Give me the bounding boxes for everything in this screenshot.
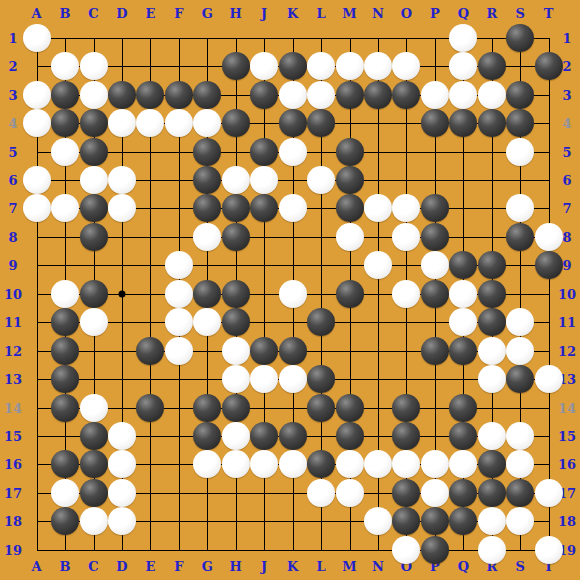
stone-white[interactable]: [279, 81, 307, 109]
stone-black[interactable]: [279, 52, 307, 80]
stone-black[interactable]: [336, 138, 364, 166]
stone-black[interactable]: [506, 223, 534, 251]
coordinate-label: Q: [458, 6, 469, 21]
stone-black[interactable]: [506, 365, 534, 393]
stone-white[interactable]: [165, 337, 193, 365]
stone-black[interactable]: [165, 81, 193, 109]
coordinate-label: 16: [558, 457, 576, 472]
stone-white[interactable]: [506, 450, 534, 478]
coordinate-label: F: [174, 559, 183, 574]
coordinate-label: 14: [558, 400, 576, 415]
coordinate-label: A: [32, 6, 42, 21]
stone-white[interactable]: [506, 138, 534, 166]
stone-white[interactable]: [478, 81, 506, 109]
stone-white[interactable]: [23, 109, 51, 137]
stone-white[interactable]: [279, 365, 307, 393]
coordinate-label: O: [401, 6, 412, 21]
stone-black[interactable]: [478, 280, 506, 308]
coordinate-label: J: [261, 559, 267, 574]
coordinate-label: 15: [558, 429, 576, 444]
stone-white[interactable]: [222, 166, 250, 194]
stone-white[interactable]: [336, 223, 364, 251]
coordinate-label: J: [261, 6, 267, 21]
coordinate-label: M: [342, 6, 356, 21]
stone-black[interactable]: [421, 280, 449, 308]
stone-white[interactable]: [336, 52, 364, 80]
stone-black[interactable]: [80, 479, 108, 507]
stone-black[interactable]: [250, 81, 278, 109]
stone-black[interactable]: [80, 223, 108, 251]
coordinate-label: 9: [562, 258, 571, 273]
stone-white[interactable]: [535, 365, 563, 393]
stone-white[interactable]: [222, 365, 250, 393]
stone-white[interactable]: [193, 109, 221, 137]
stone-black[interactable]: [364, 81, 392, 109]
stone-black[interactable]: [392, 394, 420, 422]
grid-line-horizontal: [37, 550, 550, 551]
stone-black[interactable]: [336, 280, 364, 308]
stone-black[interactable]: [506, 479, 534, 507]
stone-white[interactable]: [364, 52, 392, 80]
coordinate-label: 5: [562, 144, 571, 159]
coordinate-label: G: [202, 6, 213, 21]
coordinate-label: 10: [558, 286, 576, 301]
coordinate-label: K: [287, 6, 298, 21]
stone-black[interactable]: [222, 308, 250, 336]
coordinate-label: B: [60, 6, 71, 21]
coordinate-label: 12: [4, 343, 22, 358]
coordinate-label: 18: [558, 514, 576, 529]
stone-black[interactable]: [421, 223, 449, 251]
stone-white[interactable]: [108, 109, 136, 137]
coordinate-label: L: [317, 6, 326, 21]
stone-white[interactable]: [250, 52, 278, 80]
coordinate-label: C: [88, 6, 98, 21]
stone-black[interactable]: [222, 194, 250, 222]
coordinate-label: P: [430, 6, 440, 21]
stone-black[interactable]: [535, 251, 563, 279]
stone-white[interactable]: [336, 479, 364, 507]
stone-black[interactable]: [250, 337, 278, 365]
coordinate-label: 14: [4, 400, 22, 415]
stone-black[interactable]: [478, 251, 506, 279]
stone-black[interactable]: [421, 507, 449, 535]
coordinate-label: 7: [8, 201, 17, 216]
stone-black[interactable]: [392, 422, 420, 450]
stone-white[interactable]: [478, 365, 506, 393]
stone-black[interactable]: [80, 280, 108, 308]
coordinate-label: D: [116, 559, 127, 574]
stone-white[interactable]: [193, 308, 221, 336]
stone-black[interactable]: [307, 365, 335, 393]
stone-white[interactable]: [506, 337, 534, 365]
coordinate-label: 16: [4, 457, 22, 472]
stone-white[interactable]: [108, 507, 136, 535]
go-app-window: ABCDEFGHJKLMNOPQRST ABCDEFGHJKLMNOPQRST …: [0, 0, 580, 580]
stone-white[interactable]: [449, 81, 477, 109]
stone-black[interactable]: [449, 109, 477, 137]
stone-black[interactable]: [478, 479, 506, 507]
stone-black[interactable]: [222, 109, 250, 137]
stone-white[interactable]: [279, 138, 307, 166]
coordinate-label: H: [230, 6, 242, 21]
coordinate-label: G: [202, 559, 213, 574]
coordinate-label: Q: [458, 559, 469, 574]
stone-white[interactable]: [307, 81, 335, 109]
stone-black[interactable]: [51, 365, 79, 393]
coordinate-label: 3: [8, 87, 17, 102]
coordinate-label: 11: [558, 315, 576, 330]
stone-white[interactable]: [478, 337, 506, 365]
stone-black[interactable]: [478, 450, 506, 478]
stone-black[interactable]: [193, 194, 221, 222]
coordinate-label: 6: [8, 172, 17, 187]
stone-black[interactable]: [336, 81, 364, 109]
stone-white[interactable]: [51, 194, 79, 222]
stone-black[interactable]: [307, 308, 335, 336]
coordinate-label: E: [145, 559, 155, 574]
coordinate-label: H: [230, 559, 242, 574]
stone-black[interactable]: [449, 479, 477, 507]
stone-black[interactable]: [307, 450, 335, 478]
stone-white[interactable]: [392, 536, 420, 564]
stone-black[interactable]: [250, 138, 278, 166]
coordinate-label: N: [372, 6, 384, 21]
stone-white[interactable]: [307, 479, 335, 507]
stone-white[interactable]: [23, 194, 51, 222]
stone-white[interactable]: [193, 450, 221, 478]
stone-white[interactable]: [23, 81, 51, 109]
stone-black[interactable]: [449, 422, 477, 450]
stone-black[interactable]: [478, 52, 506, 80]
stone-white[interactable]: [535, 223, 563, 251]
stone-white[interactable]: [136, 109, 164, 137]
coordinate-label: 9: [8, 258, 17, 273]
star-point: [118, 290, 125, 297]
stone-white[interactable]: [421, 450, 449, 478]
stone-white[interactable]: [364, 194, 392, 222]
stone-black[interactable]: [506, 24, 534, 52]
stone-black[interactable]: [136, 81, 164, 109]
stone-white[interactable]: [51, 52, 79, 80]
stone-white[interactable]: [478, 507, 506, 535]
coordinate-label: 15: [4, 429, 22, 444]
coordinate-label: E: [145, 6, 155, 21]
stone-black[interactable]: [51, 337, 79, 365]
stone-black[interactable]: [307, 394, 335, 422]
stone-black[interactable]: [193, 138, 221, 166]
stone-black[interactable]: [222, 223, 250, 251]
stone-white[interactable]: [449, 308, 477, 336]
stone-white[interactable]: [478, 536, 506, 564]
stone-white[interactable]: [449, 450, 477, 478]
stone-white[interactable]: [449, 24, 477, 52]
stone-white[interactable]: [80, 507, 108, 535]
coordinate-label: 3: [562, 87, 571, 102]
stone-black[interactable]: [136, 337, 164, 365]
stone-white[interactable]: [108, 166, 136, 194]
coordinate-label: R: [486, 6, 497, 21]
stone-white[interactable]: [506, 422, 534, 450]
stone-black[interactable]: [535, 52, 563, 80]
stone-white[interactable]: [535, 536, 563, 564]
coordinate-label: 19: [4, 542, 22, 557]
stone-white[interactable]: [392, 52, 420, 80]
stone-black[interactable]: [51, 109, 79, 137]
stone-white[interactable]: [421, 251, 449, 279]
stone-black[interactable]: [307, 109, 335, 137]
stone-black[interactable]: [336, 166, 364, 194]
coordinate-label: A: [32, 559, 42, 574]
stone-white[interactable]: [23, 166, 51, 194]
stone-black[interactable]: [421, 536, 449, 564]
stone-black[interactable]: [421, 109, 449, 137]
coordinate-label: T: [544, 6, 554, 21]
stone-white[interactable]: [449, 280, 477, 308]
stone-white[interactable]: [307, 166, 335, 194]
stone-white[interactable]: [364, 251, 392, 279]
coordinate-label: 1: [8, 30, 17, 45]
coordinate-label: 2: [562, 59, 571, 74]
stone-black[interactable]: [392, 507, 420, 535]
stone-black[interactable]: [392, 479, 420, 507]
coordinate-label: 6: [562, 172, 571, 187]
stone-white[interactable]: [222, 337, 250, 365]
stone-white[interactable]: [364, 450, 392, 478]
stone-black[interactable]: [51, 394, 79, 422]
stone-white[interactable]: [535, 479, 563, 507]
stone-white[interactable]: [279, 450, 307, 478]
stone-white[interactable]: [336, 450, 364, 478]
stone-white[interactable]: [165, 308, 193, 336]
coordinate-label: 11: [4, 315, 22, 330]
stone-black[interactable]: [80, 109, 108, 137]
stone-white[interactable]: [392, 223, 420, 251]
stone-black[interactable]: [193, 394, 221, 422]
stone-white[interactable]: [506, 194, 534, 222]
stone-white[interactable]: [307, 52, 335, 80]
stone-black[interactable]: [80, 422, 108, 450]
stone-white[interactable]: [108, 450, 136, 478]
stone-black[interactable]: [80, 194, 108, 222]
stone-white[interactable]: [80, 394, 108, 422]
stone-black[interactable]: [51, 308, 79, 336]
coordinate-label: 17: [4, 485, 22, 500]
stone-black[interactable]: [279, 109, 307, 137]
stone-black[interactable]: [279, 337, 307, 365]
stone-black[interactable]: [478, 308, 506, 336]
stone-white[interactable]: [421, 81, 449, 109]
stone-white[interactable]: [250, 365, 278, 393]
stone-white[interactable]: [80, 52, 108, 80]
stone-white[interactable]: [478, 422, 506, 450]
stone-black[interactable]: [51, 81, 79, 109]
stone-black[interactable]: [449, 251, 477, 279]
stone-white[interactable]: [51, 280, 79, 308]
stone-black[interactable]: [336, 422, 364, 450]
stone-black[interactable]: [193, 166, 221, 194]
coordinate-label: 18: [4, 514, 22, 529]
coordinate-label: S: [516, 559, 525, 574]
stone-white[interactable]: [193, 223, 221, 251]
stone-white[interactable]: [23, 24, 51, 52]
stone-black[interactable]: [250, 422, 278, 450]
coordinate-label: K: [287, 559, 298, 574]
coordinate-label: 4: [8, 116, 17, 131]
stone-black[interactable]: [506, 81, 534, 109]
stone-white[interactable]: [108, 422, 136, 450]
coordinate-label: 2: [8, 59, 17, 74]
coordinate-label: 5: [8, 144, 17, 159]
grid-line-vertical: [549, 38, 550, 551]
coordinate-label: 12: [558, 343, 576, 358]
coordinate-label: D: [116, 6, 127, 21]
stone-white[interactable]: [51, 479, 79, 507]
coordinate-label: 13: [4, 372, 22, 387]
stone-black[interactable]: [449, 337, 477, 365]
coordinate-label: M: [342, 559, 356, 574]
stone-black[interactable]: [449, 507, 477, 535]
stone-black[interactable]: [449, 394, 477, 422]
stone-black[interactable]: [193, 280, 221, 308]
stone-black[interactable]: [279, 422, 307, 450]
stone-white[interactable]: [80, 81, 108, 109]
stone-black[interactable]: [80, 138, 108, 166]
stone-black[interactable]: [193, 422, 221, 450]
coordinate-label: 4: [562, 116, 571, 131]
stone-white[interactable]: [222, 422, 250, 450]
stone-white[interactable]: [222, 450, 250, 478]
stone-black[interactable]: [250, 194, 278, 222]
coordinate-label: N: [372, 559, 384, 574]
stone-white[interactable]: [80, 308, 108, 336]
stone-black[interactable]: [336, 194, 364, 222]
coordinate-label: 8: [8, 229, 17, 244]
stone-black[interactable]: [136, 394, 164, 422]
stone-black[interactable]: [108, 81, 136, 109]
stone-white[interactable]: [108, 194, 136, 222]
stone-white[interactable]: [421, 479, 449, 507]
coordinate-label: 7: [562, 201, 571, 216]
stone-white[interactable]: [506, 507, 534, 535]
coordinate-label: 10: [4, 286, 22, 301]
stone-white[interactable]: [165, 280, 193, 308]
stone-black[interactable]: [193, 81, 221, 109]
stone-black[interactable]: [506, 109, 534, 137]
stone-white[interactable]: [392, 194, 420, 222]
coordinate-label: L: [317, 559, 326, 574]
coordinate-label: 1: [562, 30, 571, 45]
stone-black[interactable]: [222, 280, 250, 308]
stone-black[interactable]: [222, 52, 250, 80]
stone-white[interactable]: [80, 166, 108, 194]
stone-white[interactable]: [392, 280, 420, 308]
stone-black[interactable]: [51, 507, 79, 535]
stone-white[interactable]: [279, 280, 307, 308]
stone-black[interactable]: [336, 394, 364, 422]
stone-black[interactable]: [421, 194, 449, 222]
stone-black[interactable]: [478, 109, 506, 137]
stone-black[interactable]: [80, 450, 108, 478]
stone-white[interactable]: [165, 109, 193, 137]
coordinate-label: F: [174, 6, 183, 21]
stone-black[interactable]: [222, 394, 250, 422]
stone-black[interactable]: [392, 81, 420, 109]
stone-white[interactable]: [51, 138, 79, 166]
stone-white[interactable]: [449, 52, 477, 80]
stone-black[interactable]: [421, 337, 449, 365]
coordinate-label: B: [60, 559, 71, 574]
stone-black[interactable]: [51, 450, 79, 478]
stone-white[interactable]: [165, 251, 193, 279]
coordinate-label: 8: [562, 229, 571, 244]
go-board[interactable]: ABCDEFGHJKLMNOPQRST ABCDEFGHJKLMNOPQRST …: [0, 0, 580, 580]
stone-white[interactable]: [108, 479, 136, 507]
stone-white[interactable]: [506, 308, 534, 336]
stone-white[interactable]: [250, 450, 278, 478]
coordinate-label: C: [88, 559, 98, 574]
stone-white[interactable]: [279, 194, 307, 222]
stone-white[interactable]: [364, 507, 392, 535]
stone-white[interactable]: [392, 450, 420, 478]
stone-white[interactable]: [250, 166, 278, 194]
coordinate-label: S: [516, 6, 525, 21]
